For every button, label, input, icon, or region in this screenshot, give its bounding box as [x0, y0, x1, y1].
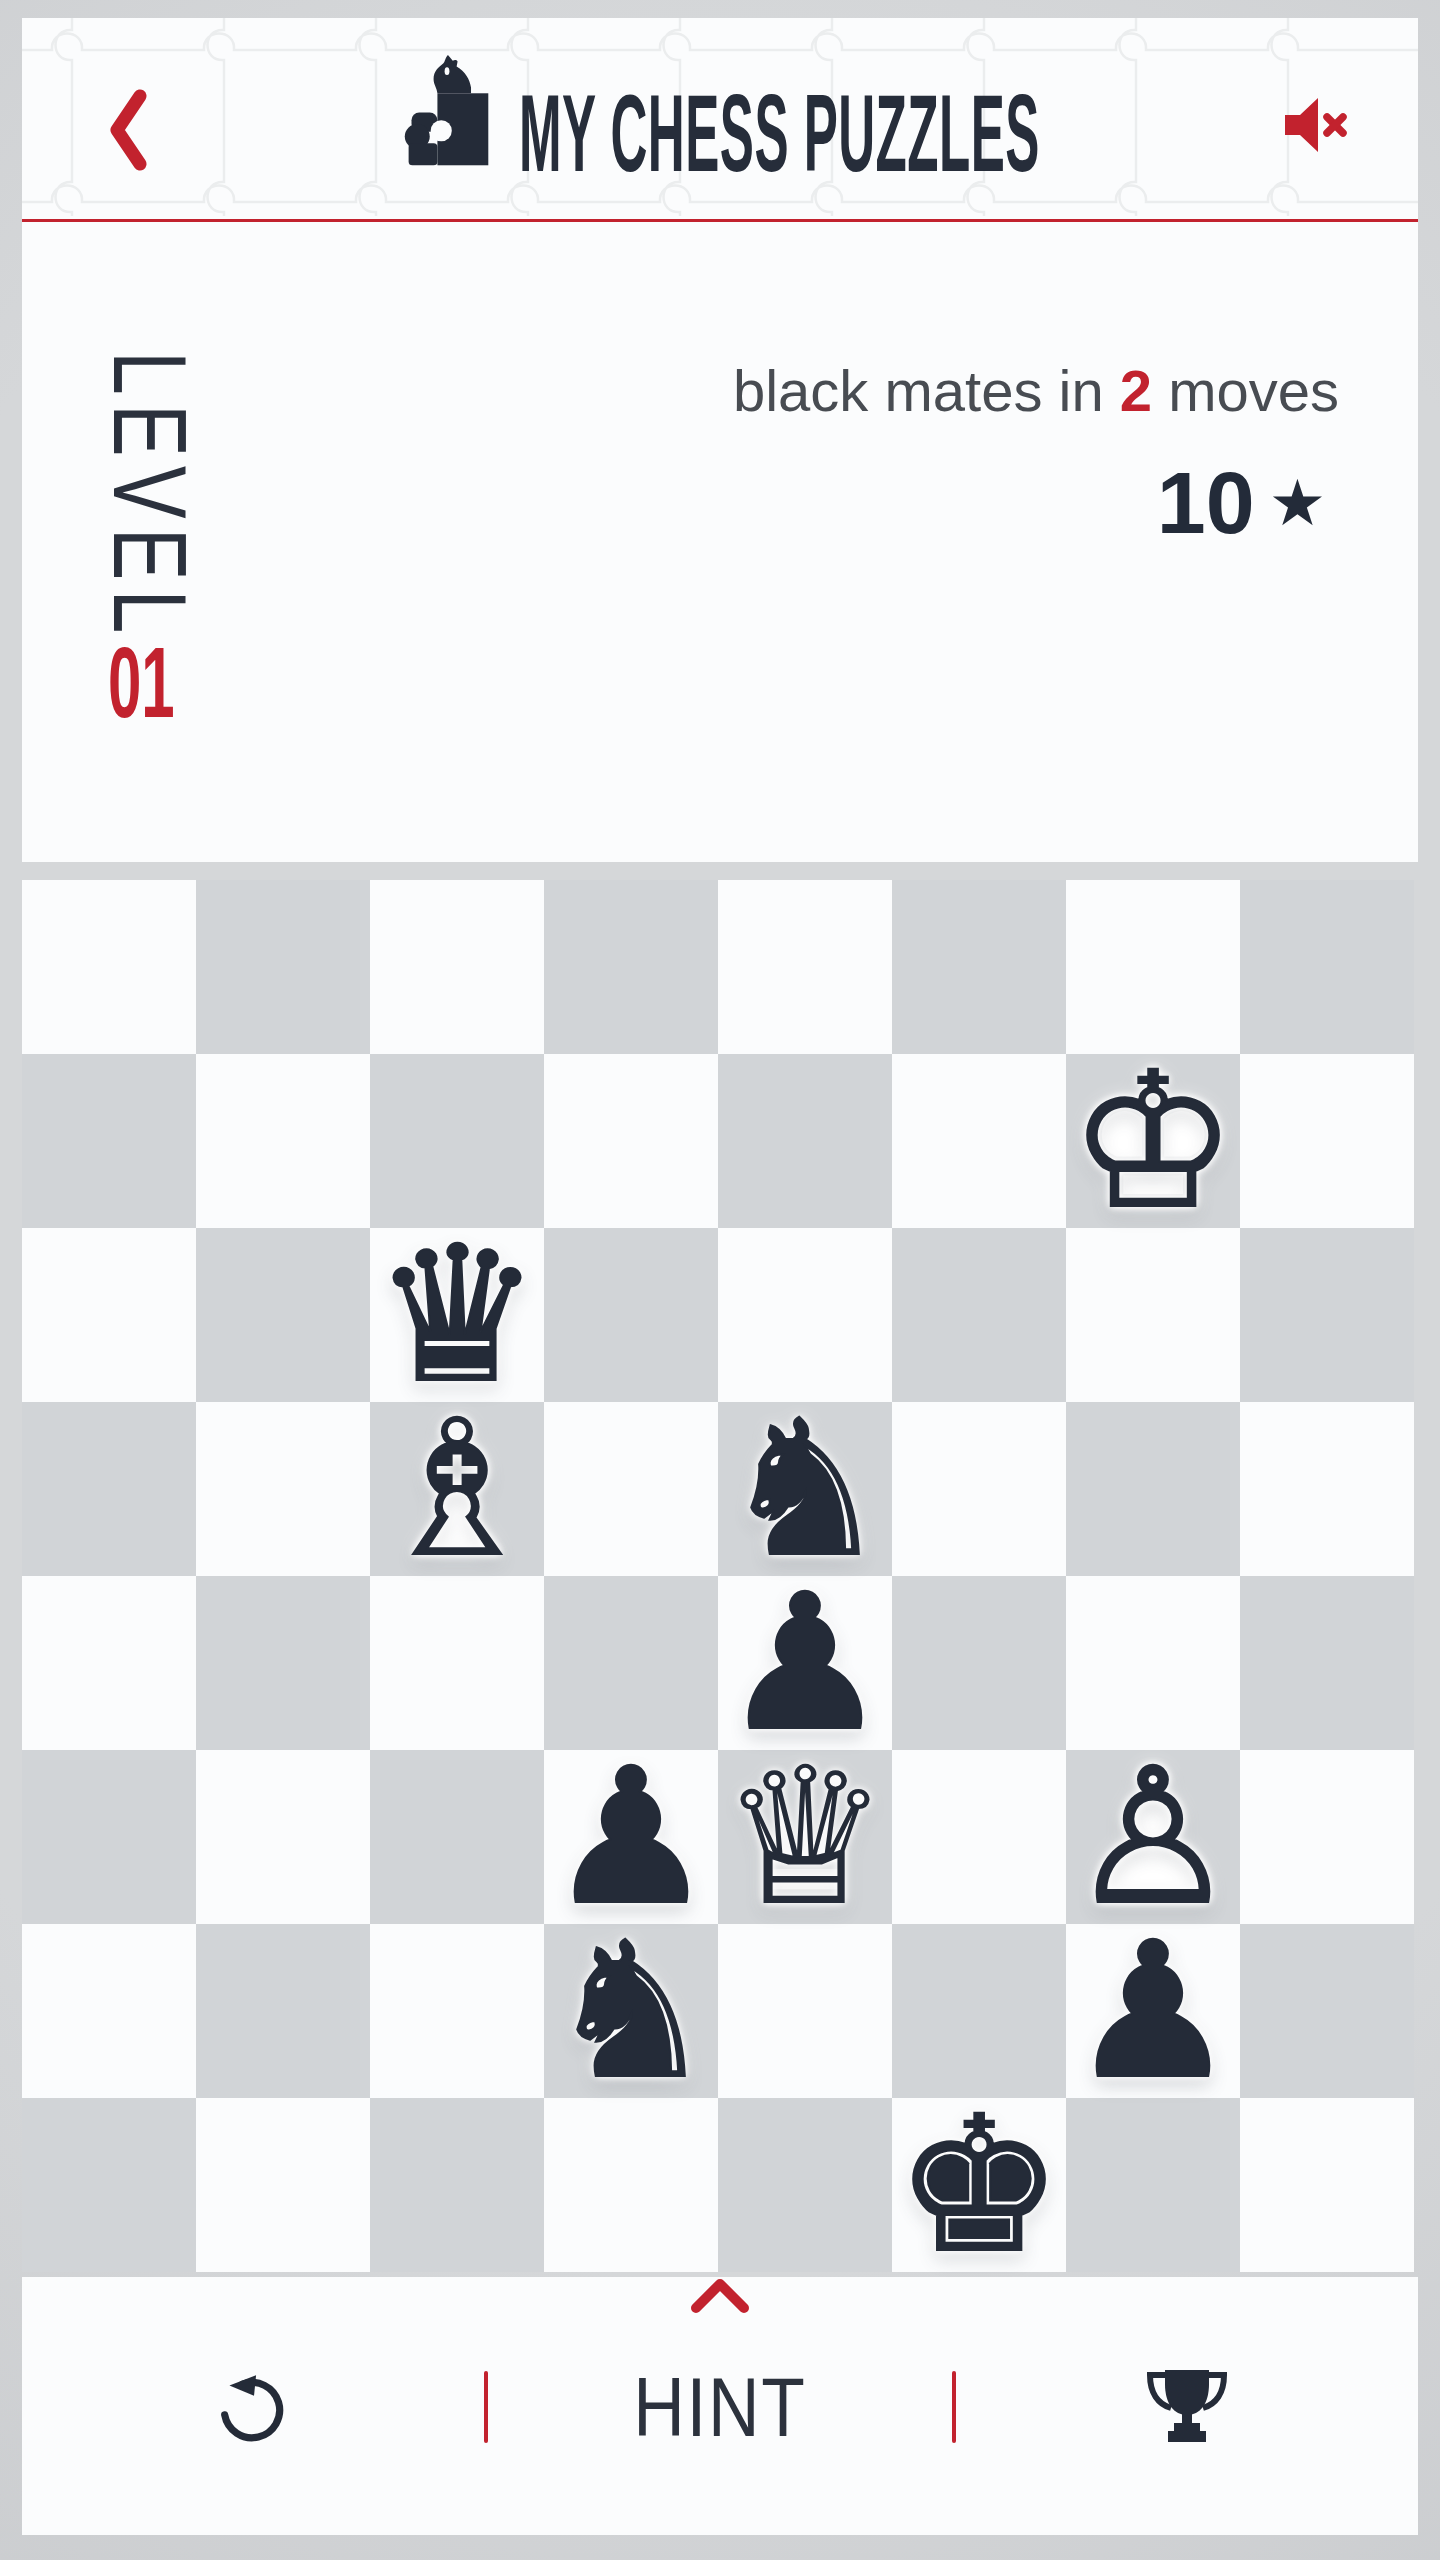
- square-b3[interactable]: [196, 1750, 370, 1924]
- square-a3[interactable]: [22, 1750, 196, 1924]
- square-a2[interactable]: [22, 1924, 196, 2098]
- square-b7[interactable]: [196, 1054, 370, 1228]
- trophy-icon: [1143, 2364, 1231, 2450]
- square-e7[interactable]: [718, 1054, 892, 1228]
- square-d8[interactable]: [544, 880, 718, 1054]
- square-g4[interactable]: [1066, 1576, 1240, 1750]
- square-h3[interactable]: [1240, 1750, 1414, 1924]
- objective-suffix: moves: [1152, 358, 1339, 423]
- square-a6[interactable]: [22, 1228, 196, 1402]
- stars-value: 10: [1157, 459, 1255, 547]
- hint-button[interactable]: HINT: [488, 2347, 951, 2467]
- square-h8[interactable]: [1240, 880, 1414, 1054]
- square-b2[interactable]: [196, 1924, 370, 2098]
- square-g3[interactable]: ♙: [1066, 1750, 1240, 1924]
- piece-black-knight[interactable]: ♞: [547, 1917, 716, 2105]
- square-d3[interactable]: ♟: [544, 1750, 718, 1924]
- square-f5[interactable]: [892, 1402, 1066, 1576]
- square-f7[interactable]: [892, 1054, 1066, 1228]
- square-b8[interactable]: [196, 880, 370, 1054]
- square-e8[interactable]: [718, 880, 892, 1054]
- square-b5[interactable]: [196, 1402, 370, 1576]
- square-h5[interactable]: [1240, 1402, 1414, 1576]
- trophy-button[interactable]: [956, 2347, 1418, 2467]
- square-h4[interactable]: [1240, 1576, 1414, 1750]
- controls-row: HINT: [22, 2347, 1418, 2467]
- square-a1[interactable]: [22, 2098, 196, 2272]
- square-e4[interactable]: ♟: [718, 1576, 892, 1750]
- chevron-up-icon[interactable]: [690, 2275, 750, 2315]
- square-g7[interactable]: ♔: [1066, 1054, 1240, 1228]
- piece-white-king[interactable]: ♔: [1069, 1047, 1238, 1235]
- square-f2[interactable]: [892, 1924, 1066, 2098]
- square-e1[interactable]: [718, 2098, 892, 2272]
- square-c8[interactable]: [370, 880, 544, 1054]
- chess-board[interactable]: ♔♛♗♞♟♟♕♙♞♟♚: [22, 880, 1414, 2272]
- square-b1[interactable]: [196, 2098, 370, 2272]
- knight-puzzle-logo: [400, 52, 495, 172]
- square-g1[interactable]: [1066, 2098, 1240, 2272]
- square-c7[interactable]: [370, 1054, 544, 1228]
- square-c5[interactable]: ♗: [370, 1402, 544, 1576]
- square-b4[interactable]: [196, 1576, 370, 1750]
- restart-button[interactable]: [22, 2347, 484, 2467]
- square-g8[interactable]: [1066, 880, 1240, 1054]
- square-g5[interactable]: [1066, 1402, 1240, 1576]
- square-e5[interactable]: ♞: [718, 1402, 892, 1576]
- square-f3[interactable]: [892, 1750, 1066, 1924]
- square-a5[interactable]: [22, 1402, 196, 1576]
- square-d1[interactable]: [544, 2098, 718, 2272]
- square-c3[interactable]: [370, 1750, 544, 1924]
- objective-move-count: 2: [1120, 358, 1152, 423]
- square-g6[interactable]: [1066, 1228, 1240, 1402]
- star-icon: ★: [1269, 471, 1326, 535]
- square-d2[interactable]: ♞: [544, 1924, 718, 2098]
- app-header: MY CHESS PUZZLES: [22, 18, 1418, 222]
- square-g2[interactable]: ♟: [1066, 1924, 1240, 2098]
- back-chevron-icon[interactable]: [108, 88, 150, 172]
- restart-icon: [213, 2367, 293, 2447]
- square-c6[interactable]: ♛: [370, 1228, 544, 1402]
- square-d4[interactable]: [544, 1576, 718, 1750]
- square-d6[interactable]: [544, 1228, 718, 1402]
- objective-prefix: black mates in: [733, 358, 1120, 423]
- square-c1[interactable]: [370, 2098, 544, 2272]
- square-h1[interactable]: [1240, 2098, 1414, 2272]
- square-b6[interactable]: [196, 1228, 370, 1402]
- square-f4[interactable]: [892, 1576, 1066, 1750]
- square-e3[interactable]: ♕: [718, 1750, 892, 1924]
- square-c4[interactable]: [370, 1576, 544, 1750]
- square-c2[interactable]: [370, 1924, 544, 2098]
- page-title-text: MY CHESS PUZZLES: [519, 78, 1040, 188]
- bottom-control-bar: HINT: [22, 2277, 1418, 2535]
- level-label: LEVEL: [98, 351, 202, 643]
- square-a7[interactable]: [22, 1054, 196, 1228]
- square-h2[interactable]: [1240, 1924, 1414, 2098]
- square-e6[interactable]: [718, 1228, 892, 1402]
- hint-label: HINT: [633, 2365, 806, 2449]
- square-f8[interactable]: [892, 880, 1066, 1054]
- square-d5[interactable]: [544, 1402, 718, 1576]
- puzzle-objective: black mates in 2 moves: [733, 358, 1339, 424]
- square-a8[interactable]: [22, 880, 196, 1054]
- square-d7[interactable]: [544, 1054, 718, 1228]
- muted-speaker-icon[interactable]: [1285, 96, 1347, 154]
- square-h7[interactable]: [1240, 1054, 1414, 1228]
- piece-black-pawn[interactable]: ♟: [1069, 1917, 1238, 2105]
- level-number: 01: [108, 632, 175, 732]
- piece-black-king[interactable]: ♚: [895, 2091, 1064, 2279]
- square-f1[interactable]: ♚: [892, 2098, 1066, 2272]
- square-a4[interactable]: [22, 1576, 196, 1750]
- square-h6[interactable]: [1240, 1228, 1414, 1402]
- square-f6[interactable]: [892, 1228, 1066, 1402]
- piece-white-queen[interactable]: ♕: [721, 1743, 890, 1931]
- square-e2[interactable]: [718, 1924, 892, 2098]
- stars-badge: 10 ★: [1157, 458, 1326, 548]
- top-card: MY CHESS PUZZLES LEVEL 01 black mates in…: [22, 18, 1418, 862]
- piece-white-bishop[interactable]: ♗: [373, 1395, 542, 1583]
